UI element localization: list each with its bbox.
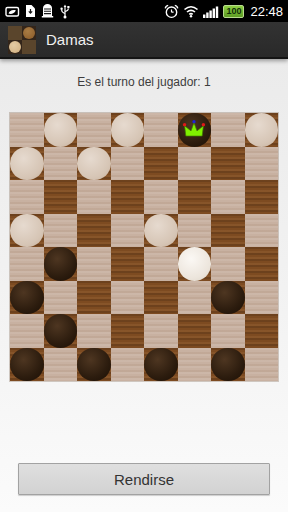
square-r4c1[interactable] xyxy=(10,214,44,248)
white-man-piece[interactable] xyxy=(178,247,212,281)
square-r3c1[interactable] xyxy=(10,180,44,214)
square-r6c7[interactable] xyxy=(211,281,245,315)
square-r5c3[interactable] xyxy=(77,247,111,281)
square-r1c2[interactable] xyxy=(44,113,78,147)
square-r7c7[interactable] xyxy=(211,314,245,348)
square-r2c7[interactable] xyxy=(211,147,245,181)
square-r2c8[interactable] xyxy=(245,147,279,181)
black-man-piece[interactable] xyxy=(77,348,111,382)
sim-card-icon xyxy=(25,4,36,18)
square-r2c6[interactable] xyxy=(178,147,212,181)
black-king-piece[interactable] xyxy=(178,113,212,147)
signal-icon xyxy=(203,5,219,18)
square-r1c8[interactable] xyxy=(245,113,279,147)
square-r1c3[interactable] xyxy=(77,113,111,147)
square-r3c8[interactable] xyxy=(245,180,279,214)
status-icons-right: 100 22:48 xyxy=(164,4,283,19)
black-man-piece[interactable] xyxy=(44,247,78,281)
usb-icon xyxy=(59,4,71,19)
board xyxy=(10,113,278,381)
alarm-icon xyxy=(164,4,179,19)
square-r1c1[interactable] xyxy=(10,113,44,147)
square-r3c4[interactable] xyxy=(111,180,145,214)
square-r6c5[interactable] xyxy=(144,281,178,315)
black-man-piece[interactable] xyxy=(211,348,245,382)
square-r4c5[interactable] xyxy=(144,214,178,248)
square-r6c8[interactable] xyxy=(245,281,279,315)
app-screen: 100 22:48 Damas Es el turno del jugador:… xyxy=(0,0,288,512)
storage-icon xyxy=(41,4,54,18)
status-icons-left xyxy=(5,4,71,19)
square-r3c2[interactable] xyxy=(44,180,78,214)
square-r3c3[interactable] xyxy=(77,180,111,214)
square-r1c6[interactable] xyxy=(178,113,212,147)
white-man-piece[interactable] xyxy=(111,113,145,147)
square-r2c5[interactable] xyxy=(144,147,178,181)
square-r2c1[interactable] xyxy=(10,147,44,181)
square-r5c6[interactable] xyxy=(178,247,212,281)
black-man-piece[interactable] xyxy=(10,281,44,315)
square-r8c2[interactable] xyxy=(44,348,78,382)
white-man-piece[interactable] xyxy=(10,147,44,181)
square-r8c5[interactable] xyxy=(144,348,178,382)
square-r7c2[interactable] xyxy=(44,314,78,348)
white-man-piece[interactable] xyxy=(245,113,279,147)
square-r1c4[interactable] xyxy=(111,113,145,147)
square-r4c3[interactable] xyxy=(77,214,111,248)
square-r3c5[interactable] xyxy=(144,180,178,214)
square-r5c8[interactable] xyxy=(245,247,279,281)
square-r1c7[interactable] xyxy=(211,113,245,147)
square-r2c3[interactable] xyxy=(77,147,111,181)
square-r4c2[interactable] xyxy=(44,214,78,248)
black-man-piece[interactable] xyxy=(10,348,44,382)
white-man-piece[interactable] xyxy=(44,113,78,147)
square-r8c3[interactable] xyxy=(77,348,111,382)
app-icon xyxy=(8,26,36,54)
square-r6c6[interactable] xyxy=(178,281,212,315)
white-man-piece[interactable] xyxy=(144,214,178,248)
wifi-icon xyxy=(183,5,199,18)
square-r5c2[interactable] xyxy=(44,247,78,281)
square-r7c1[interactable] xyxy=(10,314,44,348)
square-r2c2[interactable] xyxy=(44,147,78,181)
square-r4c6[interactable] xyxy=(178,214,212,248)
square-r1c5[interactable] xyxy=(144,113,178,147)
white-man-piece[interactable] xyxy=(77,147,111,181)
square-r8c8[interactable] xyxy=(245,348,279,382)
square-r8c6[interactable] xyxy=(178,348,212,382)
square-r2c4[interactable] xyxy=(111,147,145,181)
square-r8c1[interactable] xyxy=(10,348,44,382)
square-r6c4[interactable] xyxy=(111,281,145,315)
turn-indicator: Es el turno del jugador: 1 xyxy=(0,59,288,89)
square-r7c3[interactable] xyxy=(77,314,111,348)
square-r7c8[interactable] xyxy=(245,314,279,348)
white-man-piece[interactable] xyxy=(10,214,44,248)
square-r4c4[interactable] xyxy=(111,214,145,248)
status-bar: 100 22:48 xyxy=(0,0,288,22)
black-man-piece[interactable] xyxy=(44,314,78,348)
content-area: Es el turno del jugador: 1 xyxy=(0,59,288,512)
square-r7c6[interactable] xyxy=(178,314,212,348)
square-r5c1[interactable] xyxy=(10,247,44,281)
square-r4c8[interactable] xyxy=(245,214,279,248)
square-r4c7[interactable] xyxy=(211,214,245,248)
square-r7c5[interactable] xyxy=(144,314,178,348)
square-r6c3[interactable] xyxy=(77,281,111,315)
square-r3c7[interactable] xyxy=(211,180,245,214)
page-title: Damas xyxy=(46,31,94,48)
square-r8c7[interactable] xyxy=(211,348,245,382)
surrender-button[interactable]: Rendirse xyxy=(18,463,270,495)
app-bar: Damas xyxy=(0,22,288,59)
square-r5c4[interactable] xyxy=(111,247,145,281)
status-clock: 22:48 xyxy=(250,4,283,19)
battery-icon: 100 xyxy=(223,5,244,18)
square-r8c4[interactable] xyxy=(111,348,145,382)
square-r5c7[interactable] xyxy=(211,247,245,281)
square-r7c4[interactable] xyxy=(111,314,145,348)
power-saver-icon xyxy=(5,5,20,18)
square-r6c1[interactable] xyxy=(10,281,44,315)
square-r5c5[interactable] xyxy=(144,247,178,281)
black-man-piece[interactable] xyxy=(211,281,245,315)
square-r6c2[interactable] xyxy=(44,281,78,315)
square-r3c6[interactable] xyxy=(178,180,212,214)
black-man-piece[interactable] xyxy=(144,348,178,382)
